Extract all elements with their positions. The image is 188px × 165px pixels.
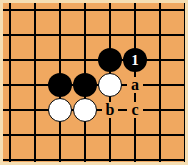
go-diagram: abc1: [0, 0, 188, 165]
point-label-c: c: [127, 102, 143, 118]
white-stone: [98, 73, 122, 97]
grid-line-vertical-8: [184, 3, 185, 162]
go-board: abc1: [3, 3, 185, 162]
black-stone: [98, 48, 122, 72]
grid-line-vertical-7: [159, 3, 161, 162]
grid-line-horizontal-1: [3, 9, 185, 11]
grid-line-horizontal-6: [3, 134, 185, 136]
black-stone-move-1: 1: [123, 48, 147, 72]
black-stone: [48, 73, 72, 97]
grid-line-horizontal-2: [3, 34, 185, 36]
grid-line-horizontal-7: [3, 159, 185, 161]
grid-line-vertical-1: [9, 3, 11, 162]
white-stone: [48, 98, 72, 122]
point-label-a: a: [127, 77, 143, 93]
black-stone: [73, 73, 97, 97]
move-number: 1: [131, 52, 139, 67]
white-stone: [73, 98, 97, 122]
point-label-b: b: [102, 102, 118, 118]
grid-line-vertical-2: [34, 3, 36, 162]
grid-line-horizontal-3: [3, 59, 185, 61]
